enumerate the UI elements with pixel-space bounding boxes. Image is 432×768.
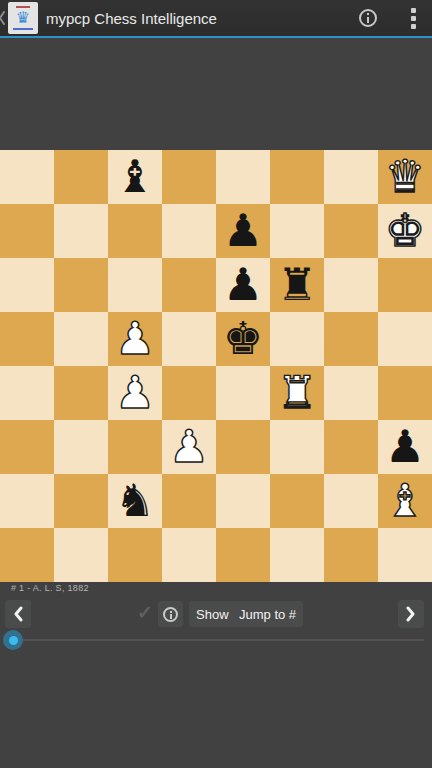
square-e8[interactable] (216, 150, 270, 204)
square-h1[interactable] (378, 528, 432, 582)
square-d6[interactable] (162, 258, 216, 312)
up-chevron-icon[interactable] (0, 10, 6, 30)
black-pawn-h3: ♟ (385, 420, 425, 474)
square-c1[interactable] (108, 528, 162, 582)
square-c8[interactable]: ♝ (108, 150, 162, 204)
square-d5[interactable] (162, 312, 216, 366)
square-c7[interactable] (108, 204, 162, 258)
jump-to-button[interactable]: Jump to # (232, 601, 303, 627)
next-button[interactable] (398, 600, 424, 628)
move-seekbar[interactable] (0, 628, 432, 654)
square-b6[interactable] (54, 258, 108, 312)
square-c6[interactable] (108, 258, 162, 312)
square-h2[interactable]: ♝ (378, 474, 432, 528)
square-b2[interactable] (54, 474, 108, 528)
square-d2[interactable] (162, 474, 216, 528)
black-rook-f6: ♜ (277, 258, 317, 312)
crown-icon: ♛ (16, 10, 30, 26)
square-d7[interactable] (162, 204, 216, 258)
square-g6[interactable] (324, 258, 378, 312)
square-f6[interactable]: ♜ (270, 258, 324, 312)
white-pawn-d3: ♟ (169, 420, 209, 474)
square-f1[interactable] (270, 528, 324, 582)
square-b7[interactable] (54, 204, 108, 258)
square-h4[interactable] (378, 366, 432, 420)
square-d3[interactable]: ♟ (162, 420, 216, 474)
black-king-e5: ♚ (223, 312, 263, 366)
square-b5[interactable] (54, 312, 108, 366)
square-a1[interactable] (0, 528, 54, 582)
square-f3[interactable] (270, 420, 324, 474)
check-icon[interactable]: ✓ (134, 601, 156, 625)
prev-button[interactable] (5, 600, 31, 628)
white-pawn-c5: ♟ (115, 312, 155, 366)
square-f2[interactable] (270, 474, 324, 528)
square-g1[interactable] (324, 528, 378, 582)
square-a2[interactable] (0, 474, 54, 528)
square-a3[interactable] (0, 420, 54, 474)
square-e7[interactable]: ♟ (216, 204, 270, 258)
square-g8[interactable] (324, 150, 378, 204)
white-queen-h8: ♛ (385, 150, 425, 204)
info-icon[interactable] (359, 9, 377, 27)
square-e2[interactable] (216, 474, 270, 528)
square-c2[interactable]: ♞ (108, 474, 162, 528)
bottom-toolbar: ✓ Show Jump to # (0, 598, 432, 630)
square-h5[interactable] (378, 312, 432, 366)
app-title: mypcp Chess Intelligence (46, 0, 217, 36)
seekbar-thumb[interactable] (3, 630, 23, 650)
square-c3[interactable] (108, 420, 162, 474)
square-f5[interactable] (270, 312, 324, 366)
square-a8[interactable] (0, 150, 54, 204)
black-pawn-e6: ♟ (223, 258, 263, 312)
app-icon-text-bottom (13, 28, 33, 30)
white-pawn-c4: ♟ (115, 366, 155, 420)
square-g5[interactable] (324, 312, 378, 366)
square-g7[interactable] (324, 204, 378, 258)
square-d8[interactable] (162, 150, 216, 204)
square-d1[interactable] (162, 528, 216, 582)
overflow-menu-icon[interactable] (411, 8, 416, 32)
seekbar-track[interactable] (12, 639, 424, 641)
square-e5[interactable]: ♚ (216, 312, 270, 366)
square-g4[interactable] (324, 366, 378, 420)
chevron-right-icon (406, 606, 416, 622)
square-e1[interactable] (216, 528, 270, 582)
square-f7[interactable] (270, 204, 324, 258)
square-a6[interactable] (0, 258, 54, 312)
square-c4[interactable]: ♟ (108, 366, 162, 420)
square-e4[interactable] (216, 366, 270, 420)
seekbar-thumb-dot (9, 636, 18, 645)
square-a5[interactable] (0, 312, 54, 366)
square-b8[interactable] (54, 150, 108, 204)
square-h3[interactable]: ♟ (378, 420, 432, 474)
square-g2[interactable] (324, 474, 378, 528)
square-b4[interactable] (54, 366, 108, 420)
square-e6[interactable]: ♟ (216, 258, 270, 312)
show-button[interactable]: Show (189, 601, 236, 627)
square-d4[interactable] (162, 366, 216, 420)
info-circle-icon (163, 607, 178, 622)
chevron-left-icon (13, 606, 23, 622)
accent-underline (0, 36, 432, 38)
chess-board[interactable]: ♝♛♟♚♟♜♟♚♟♜♟♟♞♝ (0, 150, 432, 582)
square-g3[interactable] (324, 420, 378, 474)
square-e3[interactable] (216, 420, 270, 474)
top-app-bar: ♛ mypcp Chess Intelligence (0, 0, 432, 36)
square-f8[interactable] (270, 150, 324, 204)
black-bishop-c8: ♝ (115, 150, 155, 204)
square-b3[interactable] (54, 420, 108, 474)
square-h6[interactable] (378, 258, 432, 312)
square-f4[interactable]: ♜ (270, 366, 324, 420)
app-icon[interactable]: ♛ (8, 2, 38, 34)
square-h7[interactable]: ♚ (378, 204, 432, 258)
black-pawn-e7: ♟ (223, 204, 263, 258)
black-knight-c2: ♞ (115, 474, 155, 528)
white-bishop-h2: ♝ (385, 474, 425, 528)
white-rook-f4: ♜ (277, 366, 317, 420)
white-king-h7: ♚ (385, 204, 425, 258)
puzzle-caption: # 1 - A. L. S, 1882 (11, 583, 89, 593)
square-a4[interactable] (0, 366, 54, 420)
square-c5[interactable]: ♟ (108, 312, 162, 366)
square-b1[interactable] (54, 528, 108, 582)
square-a7[interactable] (0, 204, 54, 258)
info-button[interactable] (158, 601, 183, 627)
square-h8[interactable]: ♛ (378, 150, 432, 204)
